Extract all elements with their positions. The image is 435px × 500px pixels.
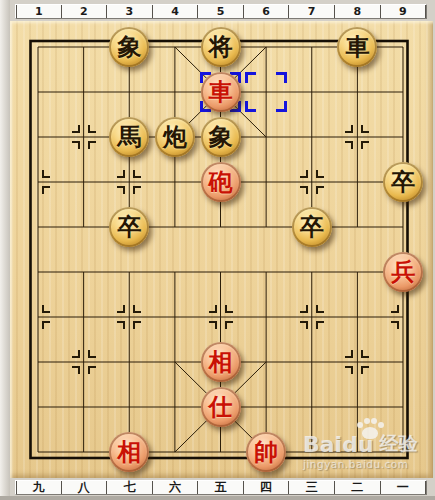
file-label-bottom-3: 七 <box>107 481 153 494</box>
file-label-bottom-6: 四 <box>244 481 290 494</box>
file-label-bottom-4: 六 <box>153 481 199 494</box>
window-bottom-edge <box>0 496 435 500</box>
black-piece-卒-f3r5[interactable]: 卒 <box>109 207 149 247</box>
file-label-bottom-1: 九 <box>16 481 62 494</box>
file-coordinates-bottom: 九八七六五四三二一 <box>15 480 427 495</box>
piece-layer: 象将車車馬炮象砲卒卒卒兵相仕相帥 <box>15 25 426 475</box>
red-piece-車-f5r2[interactable]: 車 <box>201 72 241 112</box>
file-label-bottom-8: 二 <box>335 481 381 494</box>
red-piece-相-f5r8[interactable]: 相 <box>201 342 241 382</box>
file-label-bottom-2: 八 <box>62 481 108 494</box>
black-piece-象-f3r1[interactable]: 象 <box>109 27 149 67</box>
red-piece-仕-f5r9[interactable]: 仕 <box>201 387 241 427</box>
red-piece-兵-f9r6[interactable]: 兵 <box>383 252 423 292</box>
black-piece-炮-f4r3[interactable]: 炮 <box>155 117 195 157</box>
black-piece-馬-f3r3[interactable]: 馬 <box>109 117 149 157</box>
black-piece-将-f5r1[interactable]: 将 <box>201 27 241 67</box>
black-piece-卒-f9r4[interactable]: 卒 <box>383 162 423 202</box>
black-piece-象-f5r3[interactable]: 象 <box>201 117 241 157</box>
red-piece-相-f3r10[interactable]: 相 <box>109 432 149 472</box>
black-piece-卒-f7r5[interactable]: 卒 <box>292 207 332 247</box>
file-label-bottom-9: 一 <box>381 481 427 494</box>
file-label-bottom-5: 五 <box>198 481 244 494</box>
xiangqi-app-window: 123456789 象将車車馬炮象砲卒卒卒兵相仕相帥 Baidu 经验 jing… <box>0 0 435 500</box>
file-label-bottom-7: 三 <box>289 481 335 494</box>
red-piece-砲-f5r4[interactable]: 砲 <box>201 162 241 202</box>
red-piece-帥-f6r10[interactable]: 帥 <box>246 432 286 472</box>
black-piece-車-f8r1[interactable]: 車 <box>337 27 377 67</box>
